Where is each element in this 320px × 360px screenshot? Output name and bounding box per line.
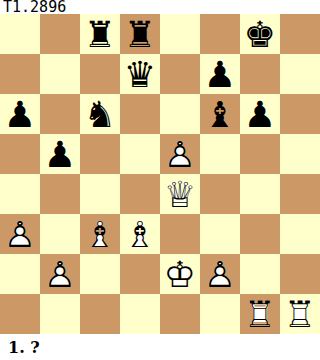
square-h7[interactable]: [280, 54, 320, 94]
square-f7[interactable]: ♟: [200, 54, 240, 94]
square-g1[interactable]: ♜♖: [240, 294, 280, 334]
square-h1[interactable]: ♜♖: [280, 294, 320, 334]
square-c6[interactable]: ♞: [80, 94, 120, 134]
black-pawn: ♟: [200, 54, 240, 94]
square-d8[interactable]: ♜: [120, 14, 160, 54]
chess-puzzle-page: T1.2896 ♜♜♚♛♟♟♞♝♟♟♟♙♛♕♟♙♝♗♝♗♟♙♚♔♟♙♜♖♜♖ 1…: [0, 0, 320, 360]
square-d6[interactable]: [120, 94, 160, 134]
square-f8[interactable]: [200, 14, 240, 54]
square-a1[interactable]: [0, 294, 40, 334]
black-pawn: ♟: [0, 94, 40, 134]
square-f1[interactable]: [200, 294, 240, 334]
square-f6[interactable]: ♝: [200, 94, 240, 134]
white-rook: ♖: [280, 294, 320, 334]
square-b6[interactable]: [40, 94, 80, 134]
square-f2[interactable]: ♟♙: [200, 254, 240, 294]
square-h3[interactable]: [280, 214, 320, 254]
black-knight: ♞: [80, 94, 120, 134]
square-h4[interactable]: [280, 174, 320, 214]
square-e2[interactable]: ♚♔: [160, 254, 200, 294]
square-b7[interactable]: [40, 54, 80, 94]
square-h6[interactable]: [280, 94, 320, 134]
square-f5[interactable]: [200, 134, 240, 174]
square-a8[interactable]: [0, 14, 40, 54]
black-king: ♚: [240, 14, 280, 54]
square-f3[interactable]: [200, 214, 240, 254]
black-rook: ♜: [80, 14, 120, 54]
square-a3[interactable]: ♟♙: [0, 214, 40, 254]
square-e4[interactable]: ♛♕: [160, 174, 200, 214]
white-pawn: ♙: [40, 254, 80, 294]
black-pawn: ♟: [240, 94, 280, 134]
square-c8[interactable]: ♜: [80, 14, 120, 54]
white-rook: ♖: [240, 294, 280, 334]
square-g4[interactable]: [240, 174, 280, 214]
white-bishop: ♗: [80, 214, 120, 254]
white-bishop: ♗: [120, 214, 160, 254]
square-d5[interactable]: [120, 134, 160, 174]
square-c1[interactable]: [80, 294, 120, 334]
square-d2[interactable]: [120, 254, 160, 294]
square-a6[interactable]: ♟: [0, 94, 40, 134]
square-a5[interactable]: [0, 134, 40, 174]
black-rook: ♜: [120, 14, 160, 54]
square-d3[interactable]: ♝♗: [120, 214, 160, 254]
square-c7[interactable]: [80, 54, 120, 94]
square-c4[interactable]: [80, 174, 120, 214]
black-pawn: ♟: [40, 134, 80, 174]
square-g3[interactable]: [240, 214, 280, 254]
square-e6[interactable]: [160, 94, 200, 134]
move-prompt: 1. ?: [0, 334, 320, 360]
square-b4[interactable]: [40, 174, 80, 214]
square-c2[interactable]: [80, 254, 120, 294]
white-pawn: ♙: [200, 254, 240, 294]
square-e5[interactable]: ♟♙: [160, 134, 200, 174]
square-d1[interactable]: [120, 294, 160, 334]
square-h8[interactable]: [280, 14, 320, 54]
chess-board: ♜♜♚♛♟♟♞♝♟♟♟♙♛♕♟♙♝♗♝♗♟♙♚♔♟♙♜♖♜♖: [0, 14, 320, 334]
square-e8[interactable]: [160, 14, 200, 54]
square-g8[interactable]: ♚: [240, 14, 280, 54]
square-c3[interactable]: ♝♗: [80, 214, 120, 254]
white-pawn: ♙: [160, 134, 200, 174]
black-bishop: ♝: [200, 94, 240, 134]
square-g5[interactable]: [240, 134, 280, 174]
square-b5[interactable]: ♟: [40, 134, 80, 174]
square-d4[interactable]: [120, 174, 160, 214]
square-e7[interactable]: [160, 54, 200, 94]
white-king: ♔: [160, 254, 200, 294]
square-b1[interactable]: [40, 294, 80, 334]
square-h2[interactable]: [280, 254, 320, 294]
square-e1[interactable]: [160, 294, 200, 334]
square-g6[interactable]: ♟: [240, 94, 280, 134]
square-g2[interactable]: [240, 254, 280, 294]
square-c5[interactable]: [80, 134, 120, 174]
square-b8[interactable]: [40, 14, 80, 54]
square-e3[interactable]: [160, 214, 200, 254]
square-f4[interactable]: [200, 174, 240, 214]
white-pawn: ♙: [0, 214, 40, 254]
square-b3[interactable]: [40, 214, 80, 254]
square-h5[interactable]: [280, 134, 320, 174]
puzzle-id: T1.2896: [0, 0, 320, 14]
square-d7[interactable]: ♛: [120, 54, 160, 94]
square-a4[interactable]: [0, 174, 40, 214]
square-a7[interactable]: [0, 54, 40, 94]
square-g7[interactable]: [240, 54, 280, 94]
square-a2[interactable]: [0, 254, 40, 294]
black-queen: ♛: [120, 54, 160, 94]
white-queen: ♕: [160, 174, 200, 214]
square-b2[interactable]: ♟♙: [40, 254, 80, 294]
